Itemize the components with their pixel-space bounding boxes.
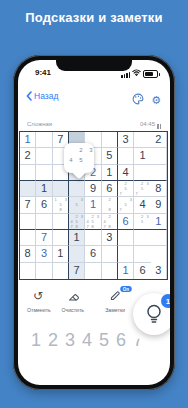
sudoku-cell-r1c7[interactable]: 3 xyxy=(118,132,134,148)
user-digit: 7 xyxy=(41,232,47,243)
sudoku-cell-r6c2[interactable] xyxy=(36,214,52,230)
sudoku-cell-r5c6[interactable]: 28 xyxy=(102,197,118,213)
sudoku-cell-r9c3[interactable] xyxy=(53,263,69,279)
sudoku-cell-r5c7[interactable]: 357 xyxy=(118,197,134,213)
sudoku-cell-r8c9[interactable] xyxy=(151,246,167,262)
sudoku-cell-r4c6[interactable]: 6 xyxy=(102,181,118,197)
notes-magnifier-bubble: 2345 xyxy=(64,143,94,173)
given-digit: 1 xyxy=(74,232,80,243)
given-digit: 1 xyxy=(106,167,112,178)
undo-label: Отменить xyxy=(27,307,51,313)
numpad-digit-3[interactable]: 3 xyxy=(65,328,75,352)
sudoku-cell-r4c9[interactable]: 8 xyxy=(151,181,167,197)
sudoku-cell-r7c4[interactable]: 1 xyxy=(69,230,85,246)
nav-bar: Назад ⚙ xyxy=(18,91,170,105)
user-digit: 1 xyxy=(25,134,31,145)
given-digit: 9 xyxy=(155,199,161,210)
hint-badge: 1 xyxy=(161,294,170,308)
eraser-icon xyxy=(67,290,80,302)
sudoku-cell-r7c5[interactable] xyxy=(85,230,101,246)
pause-icon[interactable] xyxy=(157,124,161,129)
given-digit: 6 xyxy=(139,265,145,276)
sudoku-cell-r1c6[interactable] xyxy=(102,132,118,148)
given-digit: 2 xyxy=(25,150,31,161)
given-digit: 7 xyxy=(74,265,80,276)
sudoku-cell-r4c4[interactable] xyxy=(69,181,85,197)
given-digit: 7 xyxy=(57,134,63,145)
back-button[interactable]: Назад xyxy=(26,91,58,101)
sudoku-cell-r9c4[interactable]: 7 xyxy=(69,263,85,279)
numpad-digit-4[interactable]: 4 xyxy=(82,328,92,352)
sudoku-cell-r6c8[interactable]: 235 xyxy=(134,214,150,230)
sudoku-cell-r5c2[interactable]: 6 xyxy=(36,197,52,213)
cell-notes: 2357 xyxy=(134,181,150,196)
cell-notes: 2478 xyxy=(102,214,117,229)
sudoku-cell-r2c7[interactable] xyxy=(118,148,134,164)
given-digit: 4 xyxy=(123,167,129,178)
sudoku-cell-r4c7[interactable]: 257 xyxy=(118,181,134,197)
sudoku-cell-r9c8[interactable]: 6 xyxy=(134,263,150,279)
sudoku-cell-r2c1[interactable]: 2 xyxy=(20,148,36,164)
sudoku-cell-r2c8[interactable]: 1 xyxy=(134,148,150,164)
battery-icon xyxy=(143,70,158,78)
sudoku-cell-r1c8[interactable] xyxy=(134,132,150,148)
given-digit: 8 xyxy=(25,248,31,259)
sudoku-cell-r3c7[interactable]: 4 xyxy=(118,165,134,181)
sudoku-cell-r2c9[interactable] xyxy=(151,148,167,164)
lightbulb-icon xyxy=(144,303,164,325)
hint-button[interactable]: 1 xyxy=(133,293,170,335)
sudoku-cell-r7c1[interactable] xyxy=(20,230,36,246)
cell-notes: 357 xyxy=(118,197,133,212)
sudoku-cell-r8c4[interactable] xyxy=(69,246,85,262)
timer-value: 04:45 xyxy=(140,121,155,128)
numpad-digit-5[interactable]: 5 xyxy=(99,328,109,352)
sudoku-cell-r5c5[interactable]: 1 xyxy=(85,197,101,213)
sudoku-cell-r8c2[interactable]: 3 xyxy=(36,246,52,262)
numpad-digit-1[interactable]: 1 xyxy=(31,328,41,352)
given-digit: 1 xyxy=(41,183,47,194)
sudoku-cell-r7c7[interactable] xyxy=(118,230,134,246)
sudoku-cell-r5c8[interactable]: 4 xyxy=(134,197,150,213)
notes-label: Заметки xyxy=(105,307,125,313)
sudoku-cell-r8c7[interactable] xyxy=(118,246,134,262)
given-digit: 4 xyxy=(139,199,145,210)
given-digit: 3 xyxy=(123,134,129,145)
cell-notes: 234578 xyxy=(85,214,100,229)
given-digit: 3 xyxy=(106,232,112,243)
sudoku-cell-r8c5[interactable]: 6 xyxy=(85,246,101,262)
cell-notes: 35 xyxy=(69,197,84,212)
user-digit: 3 xyxy=(41,248,47,259)
sudoku-cell-r5c9[interactable]: 9 xyxy=(151,197,167,213)
back-label: Назад xyxy=(34,91,58,101)
cellular-bars-icon xyxy=(121,72,130,78)
phone-notch xyxy=(56,60,132,71)
sudoku-cell-r6c6[interactable]: 2478 xyxy=(102,214,118,230)
sudoku-cell-r9c6[interactable] xyxy=(102,263,118,279)
sudoku-cell-r9c7[interactable]: 1 xyxy=(118,263,134,279)
sudoku-cell-r3c2[interactable] xyxy=(36,165,52,181)
user-digit: 1 xyxy=(155,216,161,227)
notes-on-badge: On xyxy=(120,286,131,292)
user-digit: 6 xyxy=(123,216,129,227)
phone-screen: 9:41 Назад ⚙ xyxy=(18,60,170,385)
pencil-icon xyxy=(109,290,121,302)
sudoku-cell-r1c1[interactable]: 1 xyxy=(20,132,36,148)
cell-notes: 235 xyxy=(134,214,150,229)
sudoku-cell-r6c5[interactable]: 234578 xyxy=(85,214,101,230)
erase-button[interactable]: Очистить xyxy=(51,289,95,320)
sudoku-cell-r4c3[interactable] xyxy=(53,181,69,197)
sudoku-cell-r6c3[interactable] xyxy=(53,214,69,230)
sudoku-cell-r4c2[interactable]: 1 xyxy=(36,181,52,197)
gear-icon[interactable]: ⚙ xyxy=(151,95,161,106)
given-digit: 2 xyxy=(155,134,161,145)
sudoku-cell-r4c8[interactable]: 2357 xyxy=(134,181,150,197)
sudoku-cell-r3c8[interactable] xyxy=(134,165,150,181)
undo-icon: ↺ xyxy=(33,290,43,302)
given-digit: 8 xyxy=(155,183,161,194)
phone-frame: 9:41 Назад ⚙ xyxy=(13,55,175,390)
given-digit: 3 xyxy=(155,265,161,276)
given-digit: 1 xyxy=(139,150,145,161)
sudoku-cell-r2c6[interactable]: 5 xyxy=(102,148,118,164)
sudoku-cell-r9c5[interactable] xyxy=(85,263,101,279)
given-digit: 7 xyxy=(25,199,31,210)
wifi-icon xyxy=(132,69,141,78)
sudoku-cell-r8c1[interactable]: 8 xyxy=(20,246,36,262)
sudoku-cell-r5c1[interactable]: 7 xyxy=(20,197,36,213)
sudoku-cell-r7c6[interactable]: 3 xyxy=(102,230,118,246)
erase-label: Очистить xyxy=(62,307,85,313)
sudoku-cell-r4c1[interactable] xyxy=(20,181,36,197)
sudoku-cell-r6c9[interactable]: 1 xyxy=(151,214,167,230)
page-title: Подсказки и заметки xyxy=(0,10,188,25)
user-digit: 1 xyxy=(90,199,96,210)
given-digit: 9 xyxy=(90,183,96,194)
sudoku-cell-r3c9[interactable] xyxy=(151,165,167,181)
given-digit: 6 xyxy=(106,183,112,194)
numpad-digit-6[interactable]: 6 xyxy=(116,328,126,352)
sudoku-cell-r7c2[interactable]: 7 xyxy=(36,230,52,246)
sudoku-cell-r1c2[interactable] xyxy=(36,132,52,148)
sudoku-grid: 2345 17322234551214196257235787613583512… xyxy=(19,131,168,280)
sudoku-cell-r3c6[interactable]: 1 xyxy=(102,165,118,181)
cell-notes: 257 xyxy=(118,181,133,196)
sudoku-cell-r2c2[interactable] xyxy=(36,148,52,164)
sudoku-cell-r4c5[interactable]: 9 xyxy=(85,181,101,197)
sudoku-cell-r9c1[interactable] xyxy=(20,263,36,279)
sudoku-cell-r6c7[interactable]: 6 xyxy=(118,214,134,230)
cell-notes: 1358 xyxy=(53,197,68,212)
given-digit: 6 xyxy=(41,199,47,210)
palette-icon[interactable] xyxy=(132,91,144,109)
sudoku-cell-r7c8[interactable] xyxy=(134,230,150,246)
bubble-notes-grid: 2345 xyxy=(66,145,96,175)
sudoku-cell-r5c4[interactable]: 35 xyxy=(69,197,85,213)
sudoku-cell-r9c2[interactable] xyxy=(36,263,52,279)
sudoku-cell-r6c4[interactable]: 234578 xyxy=(69,214,85,230)
given-digit: 1 xyxy=(57,248,63,259)
sudoku-cell-r8c6[interactable] xyxy=(102,246,118,262)
sudoku-cell-r1c9[interactable]: 2 xyxy=(151,132,167,148)
cell-notes: 234578 xyxy=(69,214,84,229)
number-pad: 1234567 xyxy=(31,328,143,352)
game-info-row: Сложная 04:45 xyxy=(27,121,161,131)
chevron-left-icon xyxy=(26,91,32,101)
sudoku-cell-r8c8[interactable] xyxy=(134,246,150,262)
sudoku-cell-r7c9[interactable] xyxy=(151,230,167,246)
sudoku-cell-r7c3[interactable] xyxy=(53,230,69,246)
sudoku-cell-r3c1[interactable] xyxy=(20,165,36,181)
numpad-digit-2[interactable]: 2 xyxy=(48,328,58,352)
sudoku-cell-r9c9[interactable]: 3 xyxy=(151,263,167,279)
sudoku-cell-r6c1[interactable] xyxy=(20,214,36,230)
sudoku-cell-r5c3[interactable]: 1358 xyxy=(53,197,69,213)
given-digit: 5 xyxy=(106,150,112,161)
given-digit: 6 xyxy=(90,248,96,259)
sudoku-cell-r8c3[interactable]: 1 xyxy=(53,246,69,262)
cell-notes: 28 xyxy=(102,197,117,212)
user-digit: 1 xyxy=(123,265,129,276)
status-time: 9:41 xyxy=(35,68,51,77)
